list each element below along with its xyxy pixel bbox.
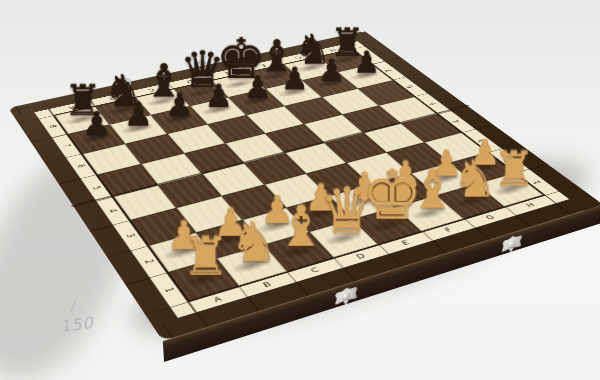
metal-clasp-icon [500, 233, 524, 256]
metal-clasp-icon [334, 284, 359, 309]
handwritten-price: 150 [59, 313, 95, 336]
photo-backdrop: ABCDEFGH ABCDEFGH 12345678 12345678 ♜♞♝♛… [0, 0, 600, 380]
white-rook-glyph: ♜ [152, 230, 259, 283]
